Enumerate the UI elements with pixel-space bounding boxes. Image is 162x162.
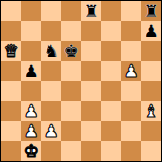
square-d4[interactable] <box>61 81 81 101</box>
square-g4[interactable] <box>121 81 141 101</box>
square-g6[interactable] <box>121 41 141 61</box>
black-pawn[interactable]: ♟ <box>143 21 158 41</box>
square-a2[interactable] <box>1 121 21 141</box>
square-a3[interactable] <box>1 101 21 121</box>
square-a1[interactable] <box>1 141 21 161</box>
square-b7[interactable] <box>21 21 41 41</box>
square-g3[interactable] <box>121 101 141 121</box>
square-a7[interactable] <box>1 21 21 41</box>
white-king[interactable]: ♚ <box>23 141 38 161</box>
square-g5[interactable]: ♟ <box>121 61 141 81</box>
square-g8[interactable] <box>121 1 141 21</box>
square-h8[interactable]: ♜ <box>141 1 161 21</box>
square-f3[interactable] <box>101 101 121 121</box>
square-h7[interactable]: ♟ <box>141 21 161 41</box>
square-a4[interactable] <box>1 81 21 101</box>
black-king[interactable]: ♚ <box>63 41 78 61</box>
square-c6[interactable]: ♞ <box>41 41 61 61</box>
square-h2[interactable] <box>141 121 161 141</box>
square-a8[interactable] <box>1 1 21 21</box>
square-f6[interactable] <box>101 41 121 61</box>
black-knight[interactable]: ♞ <box>43 41 58 61</box>
square-h4[interactable] <box>141 81 161 101</box>
square-d5[interactable] <box>61 61 81 81</box>
square-a5[interactable] <box>1 61 21 81</box>
square-c7[interactable] <box>41 21 61 41</box>
white-bishop[interactable]: ♝ <box>143 101 158 121</box>
white-pawn[interactable]: ♟ <box>23 101 38 121</box>
square-e2[interactable] <box>81 121 101 141</box>
square-d3[interactable] <box>61 101 81 121</box>
square-b1[interactable]: ♚ <box>21 141 41 161</box>
square-e5[interactable] <box>81 61 101 81</box>
square-c5[interactable] <box>41 61 61 81</box>
square-f8[interactable] <box>101 1 121 21</box>
square-e1[interactable] <box>81 141 101 161</box>
square-h5[interactable] <box>141 61 161 81</box>
square-e3[interactable] <box>81 101 101 121</box>
square-e4[interactable] <box>81 81 101 101</box>
square-d1[interactable] <box>61 141 81 161</box>
square-d7[interactable] <box>61 21 81 41</box>
square-b3[interactable]: ♟ <box>21 101 41 121</box>
square-b4[interactable] <box>21 81 41 101</box>
square-e8[interactable]: ♜ <box>81 1 101 21</box>
white-pawn[interactable]: ♟ <box>123 61 138 81</box>
white-queen[interactable]: ♛ <box>3 41 18 61</box>
black-rook[interactable]: ♜ <box>83 1 98 21</box>
square-h1[interactable] <box>141 141 161 161</box>
square-e7[interactable] <box>81 21 101 41</box>
square-b5[interactable]: ♟ <box>21 61 41 81</box>
square-g2[interactable] <box>121 121 141 141</box>
square-b8[interactable] <box>21 1 41 21</box>
black-pawn[interactable]: ♟ <box>23 61 38 81</box>
square-f5[interactable] <box>101 61 121 81</box>
square-f2[interactable] <box>101 121 121 141</box>
square-f1[interactable] <box>101 141 121 161</box>
square-c8[interactable] <box>41 1 61 21</box>
square-c4[interactable] <box>41 81 61 101</box>
chess-board: ♜♜♟♛♞♚♟♟♟♝♟♟♚ <box>0 0 162 162</box>
square-b6[interactable] <box>21 41 41 61</box>
white-pawn[interactable]: ♟ <box>23 121 38 141</box>
square-g7[interactable] <box>121 21 141 41</box>
black-rook[interactable]: ♜ <box>143 1 158 21</box>
square-a6[interactable]: ♛ <box>1 41 21 61</box>
square-g1[interactable] <box>121 141 141 161</box>
square-d6[interactable]: ♚ <box>61 41 81 61</box>
square-d2[interactable] <box>61 121 81 141</box>
square-c1[interactable] <box>41 141 61 161</box>
square-h3[interactable]: ♝ <box>141 101 161 121</box>
square-d8[interactable] <box>61 1 81 21</box>
square-h6[interactable] <box>141 41 161 61</box>
square-b2[interactable]: ♟ <box>21 121 41 141</box>
square-f7[interactable] <box>101 21 121 41</box>
square-c3[interactable] <box>41 101 61 121</box>
square-f4[interactable] <box>101 81 121 101</box>
square-c2[interactable]: ♟ <box>41 121 61 141</box>
square-e6[interactable] <box>81 41 101 61</box>
white-pawn[interactable]: ♟ <box>43 121 58 141</box>
